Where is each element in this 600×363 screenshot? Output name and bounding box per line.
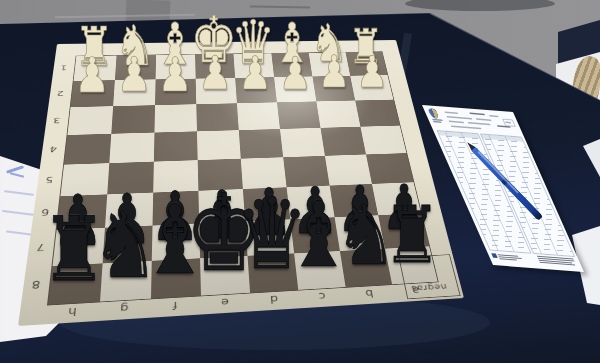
piece-white-pawn-h2[interactable]: ♟ bbox=[74, 51, 110, 100]
tournament-table-photo: 12345678 hgfedcba negras ♜♞♝♚♛♝♞♜♟♟♟♟♟♟♟… bbox=[0, 0, 600, 363]
piece-black-rook-a8[interactable]: ♜ bbox=[383, 196, 441, 274]
pieces-layer: ♜♞♝♚♛♝♞♜♟♟♟♟♟♟♟♟♟♟♟♟♟♟♟♟♜♞♝♚♛♝♞♜ bbox=[0, 0, 600, 363]
piece-white-pawn-g2[interactable]: ♟ bbox=[116, 51, 151, 99]
piece-white-pawn-d2[interactable]: ♟ bbox=[239, 51, 273, 97]
piece-white-pawn-a2[interactable]: ♟ bbox=[356, 50, 388, 94]
piece-white-pawn-f2[interactable]: ♟ bbox=[158, 51, 193, 98]
piece-white-pawn-c2[interactable]: ♟ bbox=[278, 50, 311, 95]
piece-white-pawn-b2[interactable]: ♟ bbox=[317, 50, 350, 94]
piece-white-pawn-e2[interactable]: ♟ bbox=[198, 51, 232, 97]
